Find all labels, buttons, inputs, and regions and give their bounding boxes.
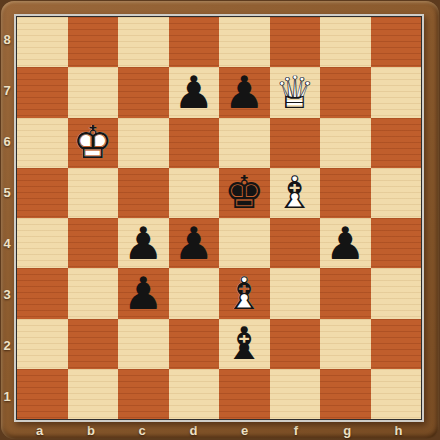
square-e6[interactable] [219,118,270,168]
black-pawn-glyph: ♟ [118,268,169,318]
square-d1[interactable] [169,369,220,419]
square-d5[interactable] [169,168,220,218]
square-a7[interactable] [17,67,68,117]
piece-black-pawn-d7[interactable]: ♟ [169,67,220,117]
square-g6[interactable] [320,118,371,168]
square-d3[interactable] [169,268,220,318]
square-b6[interactable]: ♚♔ [68,118,119,168]
file-label-g: g [322,421,373,439]
square-d4[interactable]: ♟ [169,218,220,268]
square-a5[interactable] [17,168,68,218]
square-e7[interactable]: ♟ [219,67,270,117]
rank-label-8: 8 [0,14,14,65]
piece-white-bishop-e3[interactable]: ♝♗ [219,268,270,318]
square-c2[interactable] [118,319,169,369]
black-pawn-glyph: ♟ [169,218,220,268]
rank-label-4: 4 [0,218,14,269]
white-king-outline-glyph: ♔ [68,118,119,168]
file-labels: abcdefgh [14,421,424,439]
square-h1[interactable] [371,369,422,419]
square-f1[interactable] [270,369,321,419]
piece-white-king-b6[interactable]: ♚♔ [68,118,119,168]
square-e3[interactable]: ♝♗ [219,268,270,318]
file-label-a: a [14,421,65,439]
piece-black-king-e5[interactable]: ♚ [219,168,270,218]
square-e4[interactable] [219,218,270,268]
file-label-h: h [373,421,424,439]
square-b3[interactable] [68,268,119,318]
black-pawn-glyph: ♟ [118,218,169,268]
square-c8[interactable] [118,17,169,67]
square-c6[interactable] [118,118,169,168]
square-f5[interactable]: ♝♗ [270,168,321,218]
square-g7[interactable] [320,67,371,117]
square-a1[interactable] [17,369,68,419]
square-b4[interactable] [68,218,119,268]
rank-label-1: 1 [0,371,14,422]
piece-black-pawn-c4[interactable]: ♟ [118,218,169,268]
square-h6[interactable] [371,118,422,168]
square-a8[interactable] [17,17,68,67]
square-h5[interactable] [371,168,422,218]
white-bishop-outline-glyph: ♗ [270,168,321,218]
file-label-f: f [270,421,321,439]
square-g4[interactable]: ♟ [320,218,371,268]
file-label-e: e [219,421,270,439]
square-g3[interactable] [320,268,371,318]
file-label-b: b [65,421,116,439]
square-e8[interactable] [219,17,270,67]
square-f8[interactable] [270,17,321,67]
rank-labels: 87654321 [0,14,14,422]
piece-black-pawn-d4[interactable]: ♟ [169,218,220,268]
piece-white-queen-f7[interactable]: ♛♕ [270,67,321,117]
square-h2[interactable] [371,319,422,369]
square-f2[interactable] [270,319,321,369]
square-b2[interactable] [68,319,119,369]
black-king-glyph: ♚ [219,168,270,218]
square-d6[interactable] [169,118,220,168]
square-e5[interactable]: ♚ [219,168,270,218]
piece-black-pawn-c3[interactable]: ♟ [118,268,169,318]
board-bevel: ♟♟♛♕♚♔♚♝♗♟♟♟♟♝♗♝ [14,14,424,422]
square-f7[interactable]: ♛♕ [270,67,321,117]
piece-black-bishop-e2[interactable]: ♝ [219,319,270,369]
square-d7[interactable]: ♟ [169,67,220,117]
square-g8[interactable] [320,17,371,67]
file-label-c: c [117,421,168,439]
rank-label-7: 7 [0,65,14,116]
square-a4[interactable] [17,218,68,268]
piece-white-bishop-f5[interactable]: ♝♗ [270,168,321,218]
square-f4[interactable] [270,218,321,268]
square-h4[interactable] [371,218,422,268]
black-pawn-glyph: ♟ [320,218,371,268]
file-label-d: d [168,421,219,439]
square-a3[interactable] [17,268,68,318]
square-c1[interactable] [118,369,169,419]
square-h3[interactable] [371,268,422,318]
square-c3[interactable]: ♟ [118,268,169,318]
rank-label-3: 3 [0,269,14,320]
square-b8[interactable] [68,17,119,67]
black-bishop-glyph: ♝ [219,319,270,369]
chess-app: 87654321 abcdefgh ♟♟♛♕♚♔♚♝♗♟♟♟♟♝♗♝ [0,0,440,440]
square-g2[interactable] [320,319,371,369]
rank-label-6: 6 [0,116,14,167]
square-a2[interactable] [17,319,68,369]
square-h8[interactable] [371,17,422,67]
square-b5[interactable] [68,168,119,218]
square-b1[interactable] [68,369,119,419]
piece-black-pawn-e7[interactable]: ♟ [219,67,270,117]
piece-black-pawn-g4[interactable]: ♟ [320,218,371,268]
square-d2[interactable] [169,319,220,369]
square-f3[interactable] [270,268,321,318]
square-g5[interactable] [320,168,371,218]
square-e1[interactable] [219,369,270,419]
black-pawn-glyph: ♟ [219,67,270,117]
square-b7[interactable] [68,67,119,117]
chess-board[interactable]: ♟♟♛♕♚♔♚♝♗♟♟♟♟♝♗♝ [16,16,422,420]
square-a6[interactable] [17,118,68,168]
square-d8[interactable] [169,17,220,67]
square-c4[interactable]: ♟ [118,218,169,268]
square-c7[interactable] [118,67,169,117]
white-bishop-outline-glyph: ♗ [219,268,270,318]
black-pawn-glyph: ♟ [169,67,220,117]
square-c5[interactable] [118,168,169,218]
square-f6[interactable] [270,118,321,168]
square-e2[interactable]: ♝ [219,319,270,369]
rank-label-5: 5 [0,167,14,218]
rank-label-2: 2 [0,320,14,371]
square-h7[interactable] [371,67,422,117]
white-queen-outline-glyph: ♕ [270,67,321,117]
square-g1[interactable] [320,369,371,419]
